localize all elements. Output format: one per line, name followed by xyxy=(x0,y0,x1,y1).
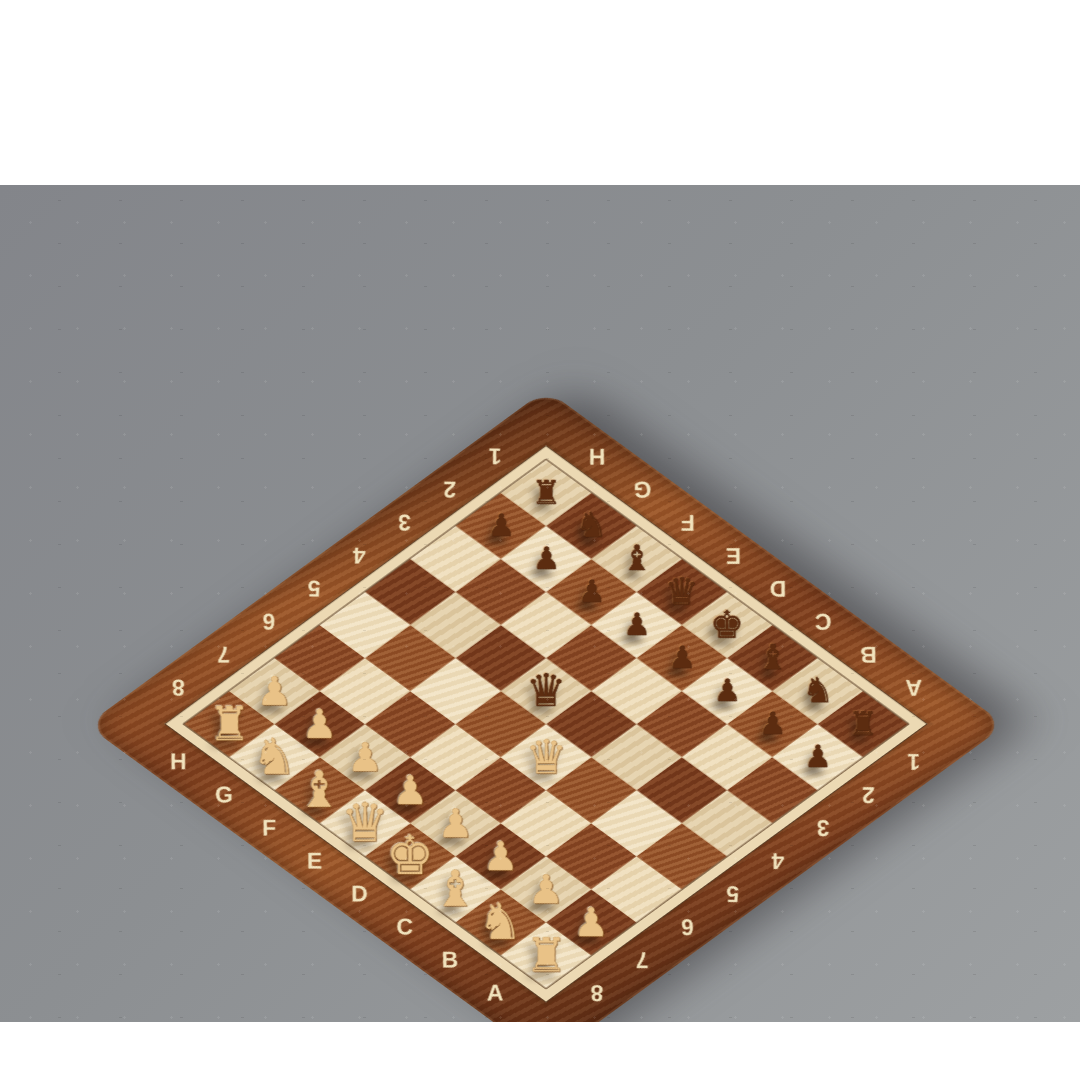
piece-rosewood-pawn-f2: ♟ xyxy=(577,576,605,607)
square-e8: ♛ xyxy=(320,790,411,856)
chess-board: ABCDEFGH ABCDEFGH 87654321 87654321 ♜♞♝♚… xyxy=(86,389,1005,1060)
file-label-f: F xyxy=(234,803,303,854)
piece-rosewood-pawn-h2: ♟ xyxy=(487,510,515,541)
square-f2: ♟ xyxy=(546,559,637,625)
square-e1: ♛ xyxy=(637,559,728,625)
square-d4 xyxy=(546,691,637,757)
piece-rosewood-knight-b1: ♞ xyxy=(802,673,833,708)
piece-boxwood-bishop-c8: ♝ xyxy=(433,864,478,914)
rank-label-5: 5 xyxy=(279,563,348,614)
board-grid: ♜♞♝♚♛♝♞♜♟♟♟♟♟♟♟♟♛♛♟♟♟♟♟♟♟♟♜♞♝♚♛♝♞♜ xyxy=(184,460,908,989)
piece-boxwood-pawn-e7: ♟ xyxy=(392,770,428,810)
square-g1: ♞ xyxy=(546,493,637,559)
square-b7: ♟ xyxy=(501,856,592,922)
square-h7: ♟ xyxy=(229,658,320,724)
square-h6 xyxy=(274,625,365,691)
piece-boxwood-queen-d5: ♛ xyxy=(525,734,567,781)
piece-rosewood-pawn-b2: ♟ xyxy=(758,708,786,739)
square-f6 xyxy=(365,691,456,757)
rank-label-3: 3 xyxy=(789,803,858,854)
square-f4 xyxy=(455,625,546,691)
square-c2: ♟ xyxy=(682,658,773,724)
square-c3 xyxy=(637,691,728,757)
piece-boxwood-king-d8: ♚ xyxy=(386,829,434,883)
file-label-b: B xyxy=(834,630,903,681)
piece-rosewood-pawn-c2: ♟ xyxy=(713,675,741,706)
square-c6 xyxy=(501,790,592,856)
square-e6 xyxy=(410,724,501,790)
file-labels-rank8-edge: ABCDEFGH xyxy=(144,737,530,1019)
piece-boxwood-knight-b8: ♞ xyxy=(478,897,523,947)
file-label-d: D xyxy=(325,869,394,920)
file-label-a: A xyxy=(879,663,948,714)
photo-scene: ABCDEFGH ABCDEFGH 87654321 87654321 ♜♞♝♚… xyxy=(0,0,1080,1080)
white-band-bottom xyxy=(0,1022,1080,1080)
square-h4 xyxy=(365,559,456,625)
square-f5 xyxy=(410,658,501,724)
square-d3 xyxy=(591,658,682,724)
square-h1: ♜ xyxy=(501,460,592,526)
rank-label-4: 4 xyxy=(743,836,812,887)
square-d7: ♟ xyxy=(410,790,501,856)
file-label-g: G xyxy=(189,770,258,821)
piece-rosewood-rook-a1: ♜ xyxy=(848,707,878,740)
piece-boxwood-rook-h8: ♜ xyxy=(208,700,250,747)
square-h8: ♜ xyxy=(184,691,275,757)
rank-label-1: 1 xyxy=(460,431,529,482)
square-h3 xyxy=(410,526,501,592)
square-g4 xyxy=(410,592,501,658)
rank-label-6: 6 xyxy=(234,596,303,647)
piece-rosewood-queen-e4: ♛ xyxy=(526,668,566,713)
piece-rosewood-king-d1: ♚ xyxy=(710,606,744,644)
rank-label-8: 8 xyxy=(562,968,631,1019)
piece-boxwood-pawn-b7: ♟ xyxy=(528,869,564,909)
square-e7: ♟ xyxy=(365,757,456,823)
rank-label-3: 3 xyxy=(370,497,439,548)
square-f1: ♝ xyxy=(591,526,682,592)
square-b8: ♞ xyxy=(455,889,546,955)
square-e2: ♟ xyxy=(591,592,682,658)
square-a6 xyxy=(591,856,682,922)
rank-label-7: 7 xyxy=(608,935,677,986)
piece-rosewood-queen-e1: ♛ xyxy=(665,573,699,611)
square-e5 xyxy=(455,691,546,757)
rank-labels-hfile-edge: 87654321 xyxy=(144,431,530,713)
square-e3 xyxy=(546,625,637,691)
piece-rosewood-bishop-c1: ♝ xyxy=(757,640,788,675)
file-label-h: H xyxy=(144,737,213,788)
square-a4 xyxy=(682,790,773,856)
piece-boxwood-pawn-g7: ♟ xyxy=(302,704,338,744)
file-labels-rank1-edge: ABCDEFGH xyxy=(562,431,948,713)
square-c1: ♝ xyxy=(727,625,818,691)
square-h2: ♟ xyxy=(455,493,546,559)
square-b4 xyxy=(637,757,728,823)
square-a8: ♜ xyxy=(501,922,592,988)
square-d8: ♚ xyxy=(365,823,456,889)
square-g7: ♟ xyxy=(274,691,365,757)
rank-label-6: 6 xyxy=(653,902,722,953)
square-b6 xyxy=(546,823,637,889)
square-b1: ♞ xyxy=(772,658,863,724)
rank-label-2: 2 xyxy=(834,770,903,821)
file-label-e: E xyxy=(698,530,767,581)
piece-rosewood-knight-g1: ♞ xyxy=(576,508,607,543)
file-label-c: C xyxy=(370,902,439,953)
square-g5 xyxy=(365,625,456,691)
board-maple-frame: ♜♞♝♚♛♝♞♜♟♟♟♟♟♟♟♟♛♛♟♟♟♟♟♟♟♟♜♞♝♚♛♝♞♜ xyxy=(164,445,928,1002)
square-a3 xyxy=(727,757,818,823)
piece-rosewood-rook-h1: ♜ xyxy=(531,476,561,509)
square-h5 xyxy=(320,592,411,658)
piece-boxwood-pawn-c7: ♟ xyxy=(483,836,519,876)
rank-label-1: 1 xyxy=(879,737,948,788)
piece-boxwood-pawn-a7: ♟ xyxy=(573,902,609,942)
piece-boxwood-bishop-f8: ♝ xyxy=(297,765,342,815)
file-label-h: H xyxy=(562,431,631,482)
piece-rosewood-bishop-f1: ♝ xyxy=(621,541,652,576)
piece-boxwood-pawn-f7: ♟ xyxy=(347,737,383,777)
square-g8: ♞ xyxy=(229,724,320,790)
square-g6 xyxy=(320,658,411,724)
white-band-top xyxy=(0,0,1080,185)
square-g2: ♟ xyxy=(501,526,592,592)
file-label-e: E xyxy=(279,836,348,887)
square-f7: ♟ xyxy=(320,724,411,790)
square-b2: ♟ xyxy=(727,691,818,757)
piece-boxwood-rook-a8: ♜ xyxy=(525,932,567,979)
square-d6 xyxy=(455,757,546,823)
rank-label-4: 4 xyxy=(325,530,394,581)
square-b3 xyxy=(682,724,773,790)
rank-label-5: 5 xyxy=(698,869,767,920)
piece-rosewood-pawn-d2: ♟ xyxy=(668,642,696,673)
file-label-b: B xyxy=(415,935,484,986)
gray-slate-floor: ABCDEFGH ABCDEFGH 87654321 87654321 ♜♞♝♚… xyxy=(0,185,1080,1022)
rank-labels-afile-edge: 87654321 xyxy=(562,737,948,1019)
piece-boxwood-pawn-h7: ♟ xyxy=(257,671,293,711)
file-label-g: G xyxy=(608,464,677,515)
square-e4: ♛ xyxy=(501,658,592,724)
square-a2: ♟ xyxy=(772,724,863,790)
square-f3 xyxy=(501,592,592,658)
piece-rosewood-pawn-e2: ♟ xyxy=(623,609,651,640)
square-a5 xyxy=(637,823,728,889)
piece-rosewood-pawn-a2: ♟ xyxy=(804,742,832,773)
square-c4 xyxy=(591,724,682,790)
rank-label-8: 8 xyxy=(144,663,213,714)
square-b5 xyxy=(591,790,682,856)
square-d2: ♟ xyxy=(637,625,728,691)
square-d5: ♛ xyxy=(501,724,592,790)
piece-rosewood-pawn-g2: ♟ xyxy=(532,543,560,574)
square-c8: ♝ xyxy=(410,856,501,922)
piece-boxwood-pawn-d7: ♟ xyxy=(438,803,474,843)
board-rosewood-border: ABCDEFGH ABCDEFGH 87654321 87654321 ♜♞♝♚… xyxy=(86,389,1005,1060)
file-label-a: A xyxy=(460,968,529,1019)
file-label-f: F xyxy=(653,497,722,548)
rank-label-2: 2 xyxy=(415,464,484,515)
chess-board-positioner: ABCDEFGH ABCDEFGH 87654321 87654321 ♜♞♝♚… xyxy=(221,400,871,1050)
square-a7: ♟ xyxy=(546,889,637,955)
file-label-d: D xyxy=(743,563,812,614)
square-d1: ♚ xyxy=(682,592,773,658)
square-a1: ♜ xyxy=(818,691,909,757)
piece-boxwood-knight-g8: ♞ xyxy=(252,732,297,782)
square-c5 xyxy=(546,757,637,823)
rank-label-7: 7 xyxy=(189,630,258,681)
square-f8: ♝ xyxy=(274,757,365,823)
square-c7: ♟ xyxy=(455,823,546,889)
square-g3 xyxy=(455,559,546,625)
file-label-c: C xyxy=(789,596,858,647)
piece-boxwood-queen-e8: ♛ xyxy=(341,796,389,850)
